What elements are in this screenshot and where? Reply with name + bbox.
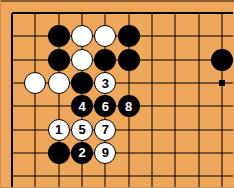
stone-move-number: 3 bbox=[102, 77, 109, 90]
intersection bbox=[164, 2, 187, 25]
intersection bbox=[210, 141, 233, 164]
black-stone bbox=[118, 25, 140, 47]
intersection bbox=[210, 2, 233, 25]
intersection bbox=[1, 25, 24, 48]
intersection bbox=[117, 141, 140, 164]
stone-move-number: 1 bbox=[55, 123, 62, 136]
intersection bbox=[140, 118, 163, 141]
intersection: 7 bbox=[94, 118, 117, 141]
white-stone: 1 bbox=[48, 119, 70, 141]
intersection bbox=[187, 165, 210, 188]
black-stone: 4 bbox=[71, 95, 93, 117]
intersection: 5 bbox=[70, 118, 93, 141]
intersection bbox=[210, 118, 233, 141]
intersection bbox=[187, 25, 210, 48]
stone-move-number: 5 bbox=[78, 123, 85, 136]
intersection bbox=[24, 165, 47, 188]
intersection bbox=[70, 2, 93, 25]
intersection bbox=[117, 48, 140, 71]
intersection: 4 bbox=[70, 95, 93, 118]
black-stone: 6 bbox=[94, 95, 116, 117]
intersection bbox=[210, 95, 233, 118]
intersection bbox=[187, 118, 210, 141]
white-stone bbox=[48, 72, 70, 94]
intersection bbox=[210, 71, 233, 94]
stone-move-number: 4 bbox=[78, 100, 85, 113]
intersection bbox=[117, 71, 140, 94]
black-stone bbox=[48, 49, 70, 71]
intersection bbox=[24, 2, 47, 25]
intersection bbox=[24, 71, 47, 94]
intersection bbox=[164, 25, 187, 48]
intersection bbox=[70, 165, 93, 188]
black-stone bbox=[71, 72, 93, 94]
white-stone: 9 bbox=[94, 142, 116, 164]
intersection bbox=[164, 141, 187, 164]
intersection bbox=[117, 118, 140, 141]
intersection bbox=[70, 71, 93, 94]
intersection bbox=[164, 48, 187, 71]
intersection bbox=[140, 95, 163, 118]
go-board: 346815729 bbox=[0, 0, 234, 188]
black-stone bbox=[48, 142, 70, 164]
stone-move-number: 6 bbox=[102, 100, 109, 113]
black-stone: 2 bbox=[71, 142, 93, 164]
intersection bbox=[210, 25, 233, 48]
intersection bbox=[47, 2, 70, 25]
white-stone bbox=[71, 25, 93, 47]
intersection bbox=[140, 25, 163, 48]
intersection bbox=[70, 25, 93, 48]
white-stone bbox=[94, 25, 116, 47]
board-bottom-frame-edge bbox=[0, 187, 234, 188]
intersection bbox=[117, 165, 140, 188]
black-stone bbox=[48, 25, 70, 47]
stone-move-number: 2 bbox=[78, 146, 85, 159]
intersection: 6 bbox=[94, 95, 117, 118]
black-stone: 8 bbox=[118, 95, 140, 117]
intersection: 8 bbox=[117, 95, 140, 118]
intersection bbox=[24, 25, 47, 48]
intersection bbox=[1, 141, 24, 164]
go-grid: 346815729 bbox=[1, 2, 234, 188]
intersection bbox=[47, 25, 70, 48]
intersection bbox=[47, 95, 70, 118]
intersection bbox=[117, 2, 140, 25]
white-stone: 3 bbox=[94, 72, 116, 94]
black-stone bbox=[211, 49, 233, 71]
intersection bbox=[70, 48, 93, 71]
intersection bbox=[210, 48, 233, 71]
intersection bbox=[24, 118, 47, 141]
intersection bbox=[164, 165, 187, 188]
intersection bbox=[47, 141, 70, 164]
white-stone bbox=[71, 49, 93, 71]
intersection bbox=[94, 2, 117, 25]
intersection bbox=[187, 2, 210, 25]
intersection: 3 bbox=[94, 71, 117, 94]
intersection bbox=[117, 25, 140, 48]
black-stone bbox=[118, 49, 140, 71]
intersection bbox=[1, 48, 24, 71]
stone-move-number: 8 bbox=[125, 100, 132, 113]
intersection bbox=[140, 165, 163, 188]
intersection bbox=[94, 48, 117, 71]
white-stone: 7 bbox=[94, 119, 116, 141]
white-stone: 5 bbox=[71, 119, 93, 141]
intersection bbox=[1, 71, 24, 94]
intersection bbox=[187, 95, 210, 118]
intersection: 1 bbox=[47, 118, 70, 141]
intersection: 9 bbox=[94, 141, 117, 164]
stone-move-number: 7 bbox=[102, 123, 109, 136]
intersection bbox=[164, 71, 187, 94]
board-left-frame-edge bbox=[0, 0, 1, 188]
intersection bbox=[94, 165, 117, 188]
intersection bbox=[1, 118, 24, 141]
intersection bbox=[1, 2, 24, 25]
intersection bbox=[140, 2, 163, 25]
intersection bbox=[187, 48, 210, 71]
intersection bbox=[164, 118, 187, 141]
intersection bbox=[140, 141, 163, 164]
white-stone bbox=[24, 72, 46, 94]
intersection bbox=[140, 71, 163, 94]
black-stone bbox=[94, 49, 116, 71]
star-point bbox=[219, 80, 225, 86]
intersection bbox=[24, 141, 47, 164]
intersection bbox=[210, 165, 233, 188]
intersection bbox=[47, 71, 70, 94]
board-top-frame-edge bbox=[0, 0, 234, 2]
intersection bbox=[47, 165, 70, 188]
intersection bbox=[164, 95, 187, 118]
intersection bbox=[1, 95, 24, 118]
intersection bbox=[24, 48, 47, 71]
intersection bbox=[187, 141, 210, 164]
intersection: 2 bbox=[70, 141, 93, 164]
intersection bbox=[140, 48, 163, 71]
intersection bbox=[1, 165, 24, 188]
intersection bbox=[187, 71, 210, 94]
intersection bbox=[47, 48, 70, 71]
intersection bbox=[94, 25, 117, 48]
intersection bbox=[24, 95, 47, 118]
stone-move-number: 9 bbox=[102, 146, 109, 159]
